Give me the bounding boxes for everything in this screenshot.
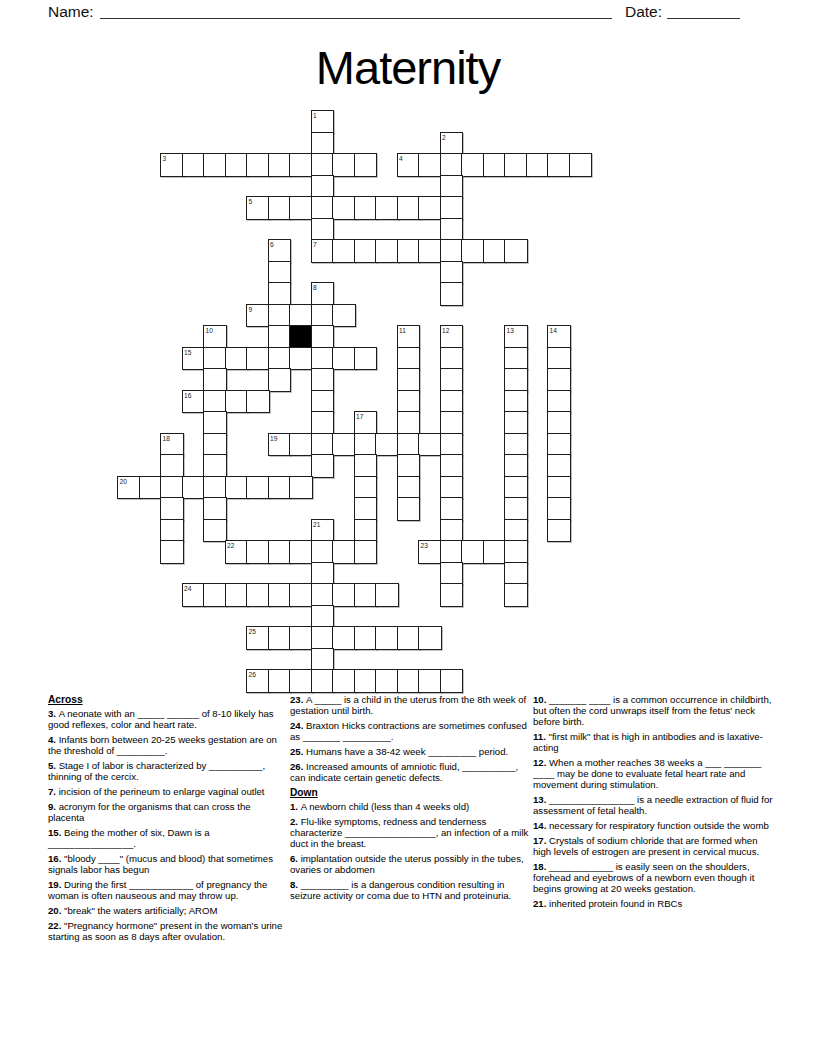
grid-cell[interactable] <box>268 282 292 306</box>
grid-cell[interactable] <box>440 390 464 414</box>
clue-text: Humans have a 38-42 week _________ perio… <box>306 746 508 757</box>
grid-cell[interactable] <box>225 583 249 607</box>
grid-cell[interactable] <box>289 153 313 177</box>
clue-item: 4. Infants born between 20-25 weeks gest… <box>48 735 288 757</box>
grid-cell[interactable] <box>268 476 292 500</box>
clue-number: 24. <box>290 720 306 731</box>
grid-cell[interactable] <box>203 476 227 500</box>
grid-cell[interactable] <box>440 368 464 392</box>
grid-cell[interactable] <box>440 540 464 564</box>
grid-cell[interactable] <box>332 583 356 607</box>
clue-item: 6. implantation outside the uterus possi… <box>290 854 530 876</box>
grid-cell[interactable] <box>289 583 313 607</box>
grid-cell[interactable] <box>397 454 421 478</box>
cell-number: 4 <box>399 155 403 162</box>
clue-number: 3. <box>48 708 59 719</box>
crossword-grid: 1234567891011121314151617181920212223242… <box>117 110 593 693</box>
grid-cell[interactable] <box>440 347 464 371</box>
clue-item: 14. necessary for respiratory function o… <box>533 821 773 832</box>
name-blank-line[interactable] <box>100 2 612 19</box>
grid-cell[interactable] <box>440 669 464 693</box>
grid-cell[interactable] <box>311 196 335 220</box>
grid-cell[interactable] <box>332 626 356 650</box>
grid-cell[interactable] <box>246 390 270 414</box>
grid-cell[interactable] <box>440 153 464 177</box>
clue-item: 22. "Pregnancy hormone" present in the w… <box>48 921 288 943</box>
grid-cell[interactable] <box>268 196 292 220</box>
grid-cell[interactable] <box>139 476 163 500</box>
grid-cell[interactable] <box>354 583 378 607</box>
cell-number: 5 <box>249 198 253 205</box>
grid-cell[interactable] <box>311 368 335 392</box>
grid-cell[interactable] <box>246 583 270 607</box>
grid-cell[interactable] <box>375 626 399 650</box>
grid-cell[interactable] <box>268 368 292 392</box>
grid-cell[interactable] <box>397 390 421 414</box>
grid-cell[interactable] <box>547 368 571 392</box>
clue-number: 15. <box>48 827 64 838</box>
grid-cell[interactable] <box>311 153 335 177</box>
grid-cell[interactable] <box>289 626 313 650</box>
grid-cell[interactable] <box>440 175 464 199</box>
cell-number: 20 <box>120 478 127 485</box>
cell-number: 16 <box>184 392 191 399</box>
cell-number: 2 <box>442 134 446 141</box>
grid-cell[interactable] <box>203 454 227 478</box>
clue-number: 23. <box>290 694 306 705</box>
grid-cell[interactable] <box>332 347 356 371</box>
clue-section-header: Down <box>290 788 530 799</box>
cell-number: 6 <box>270 241 274 248</box>
cell-number: 10 <box>206 327 213 334</box>
name-label: Name: <box>48 3 94 21</box>
grid-cell[interactable] <box>203 583 227 607</box>
clue-number: 9. <box>48 801 59 812</box>
grid-cell[interactable] <box>311 132 335 156</box>
cell-number: 21 <box>313 521 320 528</box>
clue-number: 22. <box>48 920 64 931</box>
grid-cell[interactable] <box>311 605 335 629</box>
grid-cell[interactable] <box>332 433 356 457</box>
grid-cell[interactable] <box>289 540 313 564</box>
clue-section-header: Across <box>48 695 288 706</box>
grid-cell[interactable] <box>440 196 464 220</box>
grid-cell[interactable] <box>354 433 378 457</box>
grid-cell[interactable] <box>547 153 571 177</box>
clue-column-2: 23. A _____ is a child in the uterus fro… <box>290 695 530 906</box>
grid-cell[interactable] <box>440 239 464 263</box>
grid-cell[interactable] <box>397 368 421 392</box>
grid-cell[interactable] <box>504 454 528 478</box>
grid-cell[interactable] <box>203 433 227 457</box>
grid-cell[interactable] <box>160 454 184 478</box>
grid-cell[interactable] <box>268 583 292 607</box>
cell-number: 23 <box>421 542 428 549</box>
grid-cell[interactable] <box>440 411 464 435</box>
grid-cell[interactable] <box>397 347 421 371</box>
grid-cell[interactable] <box>203 390 227 414</box>
grid-cell[interactable] <box>311 626 335 650</box>
grid-cell[interactable] <box>354 196 378 220</box>
cell-number: 3 <box>163 155 167 162</box>
grid-cell[interactable] <box>375 196 399 220</box>
clue-text: A neonate with an _____ ______ of 8-10 l… <box>48 708 274 730</box>
clue-number: 11. <box>533 731 548 742</box>
clue-number: 8. <box>290 879 301 890</box>
clue-text: Crystals of sodium chloride that are for… <box>533 835 759 857</box>
grid-cell[interactable] <box>397 433 421 457</box>
grid-cell[interactable] <box>311 218 335 242</box>
grid-cell[interactable] <box>504 239 528 263</box>
clue-number: 25. <box>290 746 306 757</box>
grid-cell[interactable] <box>268 153 292 177</box>
grid-cell[interactable] <box>289 669 313 693</box>
grid-cell[interactable] <box>397 626 421 650</box>
clue-text: Stage I of labor is characterized by ___… <box>48 760 265 782</box>
clue-number: 17. <box>533 835 549 846</box>
grid-cell[interactable] <box>504 368 528 392</box>
grid-cell[interactable] <box>354 626 378 650</box>
grid-cell[interactable] <box>311 648 335 672</box>
grid-cell[interactable] <box>268 347 292 371</box>
clue-text: _________ is a dangerous condition resul… <box>290 879 511 901</box>
cell-number: 12 <box>442 327 449 334</box>
cell-number: 25 <box>249 628 256 635</box>
grid-cell[interactable] <box>397 239 421 263</box>
blocked-cell <box>289 325 313 349</box>
cell-number: 9 <box>249 306 253 313</box>
grid-cell[interactable] <box>504 153 528 177</box>
grid-cell[interactable] <box>440 497 464 521</box>
grid-cell[interactable] <box>461 153 485 177</box>
grid-cell[interactable] <box>289 304 313 328</box>
grid-cell[interactable] <box>440 433 464 457</box>
grid-cell[interactable] <box>504 583 528 607</box>
grid-cell[interactable] <box>311 540 335 564</box>
grid-cell[interactable] <box>311 669 335 693</box>
puzzle-title: Maternity <box>0 40 816 95</box>
grid-cell[interactable] <box>354 540 378 564</box>
grid-cell[interactable] <box>375 669 399 693</box>
grid-cell[interactable] <box>547 497 571 521</box>
grid-cell[interactable] <box>225 390 249 414</box>
clue-number: 4. <box>48 734 59 745</box>
clue-text: necessary for respiratory function outsi… <box>549 820 769 831</box>
clue-item: 21. inherited protein found in RBCs <box>533 899 773 910</box>
clue-text: When a mother reaches 38 weeks a ___ ___… <box>533 757 761 790</box>
grid-cell[interactable] <box>504 540 528 564</box>
clue-number: 5. <box>48 760 59 771</box>
clue-item: 3. A neonate with an _____ ______ of 8-1… <box>48 709 288 731</box>
grid-cell[interactable] <box>289 433 313 457</box>
grid-cell[interactable] <box>354 454 378 478</box>
clue-item: 20. "break" the waters artificially; ARO… <box>48 906 288 917</box>
grid-cell[interactable] <box>397 669 421 693</box>
clue-text: Being the mother of six, Dawn is a _____… <box>48 827 210 849</box>
cell-number: 8 <box>313 284 317 291</box>
clue-column-3: 10. _______ ____ is a common occurrence … <box>533 695 773 914</box>
grid-cell[interactable] <box>440 519 464 543</box>
grid-cell[interactable] <box>311 175 335 199</box>
grid-cell[interactable] <box>504 433 528 457</box>
grid-cell[interactable] <box>547 390 571 414</box>
clue-item: 23. A _____ is a child in the uterus fro… <box>290 695 530 717</box>
clue-text: "break" the waters artificially; AROM <box>64 905 217 916</box>
clue-text: Increased amounts of amniotic fluid, ___… <box>290 761 518 783</box>
grid-cell[interactable] <box>483 239 507 263</box>
clue-number: 1. <box>290 801 301 812</box>
grid-cell[interactable] <box>354 669 378 693</box>
clue-number: 10. <box>533 694 549 705</box>
grid-cell[interactable] <box>440 261 464 285</box>
grid-cell[interactable] <box>504 519 528 543</box>
grid-cell[interactable] <box>289 196 313 220</box>
clue-text: "bloody ____" (mucus and blood) that som… <box>48 853 273 875</box>
grid-cell[interactable] <box>225 476 249 500</box>
grid-cell[interactable] <box>332 540 356 564</box>
clue-item: 11. "first milk" that is high in antibod… <box>533 732 773 754</box>
cell-number: 19 <box>270 435 277 442</box>
grid-cell[interactable] <box>397 476 421 500</box>
grid-cell[interactable] <box>182 476 206 500</box>
grid-cell[interactable] <box>268 540 292 564</box>
grid-cell[interactable] <box>504 562 528 586</box>
clue-number: 18. <box>533 861 549 872</box>
clue-item: 17. Crystals of sodium chloride that are… <box>533 836 773 858</box>
clue-column-1: Across3. A neonate with an _____ ______ … <box>48 695 288 947</box>
grid-cell[interactable] <box>268 261 292 285</box>
grid-cell[interactable] <box>160 540 184 564</box>
clue-text: ____________ is easily seen on the shoul… <box>533 861 754 894</box>
grid-cell[interactable] <box>440 282 464 306</box>
clue-text: implantation outside the uterus possibly… <box>290 853 524 875</box>
grid-cell[interactable] <box>203 368 227 392</box>
grid-cell[interactable] <box>418 669 442 693</box>
grid-cell[interactable] <box>440 454 464 478</box>
grid-cell[interactable] <box>203 519 227 543</box>
clue-item: 25. Humans have a 38-42 week _________ p… <box>290 747 530 758</box>
clue-text: incision of the perineum to enlarge vagi… <box>59 786 265 797</box>
grid-cell[interactable] <box>311 390 335 414</box>
grid-cell[interactable] <box>504 497 528 521</box>
clue-number: 7. <box>48 786 59 797</box>
grid-cell[interactable] <box>311 433 335 457</box>
grid-cell[interactable] <box>418 196 442 220</box>
grid-cell[interactable] <box>246 153 270 177</box>
grid-cell[interactable] <box>246 476 270 500</box>
clue-text: inherited protein found in RBCs <box>549 898 682 909</box>
cell-number: 14 <box>550 327 557 334</box>
clue-item: 2. Flu-like symptoms, redness and tender… <box>290 817 530 850</box>
date-blank-line[interactable] <box>667 2 740 19</box>
clue-number: 19. <box>48 879 64 890</box>
clue-number: 26. <box>290 761 306 772</box>
clue-text: Braxton Hicks contractions are sometimes… <box>290 720 527 742</box>
grid-cell[interactable] <box>397 497 421 521</box>
cell-number: 18 <box>163 435 170 442</box>
grid-cell[interactable] <box>332 669 356 693</box>
grid-cell[interactable] <box>332 196 356 220</box>
clue-item: 19. During the first ____________ of pre… <box>48 880 288 902</box>
grid-cell[interactable] <box>504 347 528 371</box>
grid-cell[interactable] <box>375 239 399 263</box>
cell-number: 15 <box>184 349 191 356</box>
grid-cell[interactable] <box>461 540 485 564</box>
clue-number: 16. <box>48 853 64 864</box>
grid-cell[interactable] <box>311 325 335 349</box>
grid-cell[interactable] <box>504 390 528 414</box>
cell-number: 22 <box>227 542 234 549</box>
cell-number: 13 <box>507 327 514 334</box>
clue-item: 26. Increased amounts of amniotic fluid,… <box>290 762 530 784</box>
clue-number: 13. <box>533 794 549 805</box>
grid-cell[interactable] <box>547 476 571 500</box>
clue-text: A newborn child (less than 4 weeks old) <box>301 801 470 812</box>
grid-cell[interactable] <box>547 454 571 478</box>
clue-item: 10. _______ ____ is a common occurrence … <box>533 695 773 728</box>
grid-cell[interactable] <box>160 519 184 543</box>
clue-number: 6. <box>290 853 301 864</box>
clue-item: 7. incision of the perineum to enlarge v… <box>48 787 288 798</box>
grid-cell[interactable] <box>526 153 550 177</box>
clue-item: 5. Stage I of labor is characterized by … <box>48 761 288 783</box>
grid-cell[interactable] <box>203 347 227 371</box>
grid-cell[interactable] <box>547 519 571 543</box>
clue-item: 15. Being the mother of six, Dawn is a _… <box>48 828 288 850</box>
clue-item: 9. acronym for the organisms that can cr… <box>48 802 288 824</box>
grid-cell[interactable] <box>354 153 378 177</box>
clue-number: 14. <box>533 820 549 831</box>
grid-cell[interactable] <box>225 153 249 177</box>
grid-cell[interactable] <box>440 562 464 586</box>
grid-cell[interactable] <box>289 476 313 500</box>
cell-number: 7 <box>313 241 317 248</box>
grid-cell[interactable] <box>268 325 292 349</box>
grid-cell[interactable] <box>483 153 507 177</box>
grid-cell[interactable] <box>354 476 378 500</box>
grid-cell[interactable] <box>397 411 421 435</box>
clue-item: 13. ________________ is a needle extract… <box>533 795 773 817</box>
grid-cell[interactable] <box>203 497 227 521</box>
clue-number: 20. <box>48 905 64 916</box>
grid-cell[interactable] <box>354 347 378 371</box>
grid-cell[interactable] <box>268 304 292 328</box>
grid-cell[interactable] <box>246 347 270 371</box>
grid-cell[interactable] <box>440 583 464 607</box>
clue-item: 12. When a mother reaches 38 weeks a ___… <box>533 758 773 791</box>
grid-cell[interactable] <box>311 454 335 478</box>
grid-cell[interactable] <box>418 626 442 650</box>
grid-cell[interactable] <box>504 476 528 500</box>
grid-cell[interactable] <box>354 519 378 543</box>
grid-cell[interactable] <box>483 540 507 564</box>
grid-cell[interactable] <box>311 347 335 371</box>
clue-text: During the first ____________ of pregnan… <box>48 879 267 901</box>
grid-cell[interactable] <box>246 540 270 564</box>
clue-item: 8. _________ is a dangerous condition re… <box>290 880 530 902</box>
cell-number: 26 <box>249 671 256 678</box>
grid-cell[interactable] <box>418 239 442 263</box>
cell-number: 11 <box>399 327 406 334</box>
clue-number: 12. <box>533 757 549 768</box>
clue-text: ________________ is a needle extraction … <box>533 794 773 816</box>
grid-cell[interactable] <box>311 411 335 435</box>
grid-cell[interactable] <box>203 411 227 435</box>
grid-cell[interactable] <box>160 497 184 521</box>
grid-cell[interactable] <box>547 411 571 435</box>
clue-number: 2. <box>290 816 301 827</box>
cell-number: 17 <box>356 413 363 420</box>
grid-cell[interactable] <box>225 347 249 371</box>
clue-item: 16. "bloody ____" (mucus and blood) that… <box>48 854 288 876</box>
grid-cell[interactable] <box>332 304 356 328</box>
grid-cell[interactable] <box>311 562 335 586</box>
grid-cell[interactable] <box>440 218 464 242</box>
grid-cell[interactable] <box>569 153 593 177</box>
grid-cell[interactable] <box>289 347 313 371</box>
cell-number: 1 <box>313 112 317 119</box>
clue-item: 1. A newborn child (less than 4 weeks ol… <box>290 802 530 813</box>
grid-cell[interactable] <box>418 433 442 457</box>
grid-cell[interactable] <box>418 153 442 177</box>
clue-text: "first milk" that is high in antibodies … <box>533 731 763 753</box>
grid-cell[interactable] <box>268 626 292 650</box>
grid-cell[interactable] <box>268 669 292 693</box>
grid-cell[interactable] <box>203 153 227 177</box>
clue-text: "Pregnancy hormone" present in the woman… <box>48 920 282 942</box>
grid-cell[interactable] <box>461 239 485 263</box>
clue-number: 21. <box>533 898 549 909</box>
clue-text: A _____ is a child in the uterus from th… <box>290 694 526 716</box>
grid-cell[interactable] <box>332 153 356 177</box>
grid-cell[interactable] <box>440 476 464 500</box>
clue-text: Infants born between 20-25 weeks gestati… <box>48 734 277 756</box>
clue-item: 18. ____________ is easily seen on the s… <box>533 862 773 895</box>
clue-text: Flu-like symptoms, redness and tendernes… <box>290 816 528 849</box>
date-label: Date: <box>625 3 662 21</box>
grid-cell[interactable] <box>332 239 356 263</box>
grid-cell[interactable] <box>160 476 184 500</box>
grid-cell[interactable] <box>375 583 399 607</box>
grid-cell[interactable] <box>504 411 528 435</box>
clue-text: _______ ____ is a common occurrence in c… <box>533 694 771 727</box>
grid-cell[interactable] <box>375 433 399 457</box>
grid-cell[interactable] <box>182 153 206 177</box>
grid-cell[interactable] <box>311 304 335 328</box>
cell-number: 24 <box>184 585 191 592</box>
grid-cell[interactable] <box>547 347 571 371</box>
clue-text: acronym for the organisms that can cross… <box>48 801 251 823</box>
clue-item: 24. Braxton Hicks contractions are somet… <box>290 721 530 743</box>
grid-cell[interactable] <box>397 196 421 220</box>
grid-cell[interactable] <box>547 433 571 457</box>
grid-cell[interactable] <box>311 583 335 607</box>
grid-cell[interactable] <box>354 497 378 521</box>
grid-cell[interactable] <box>354 239 378 263</box>
